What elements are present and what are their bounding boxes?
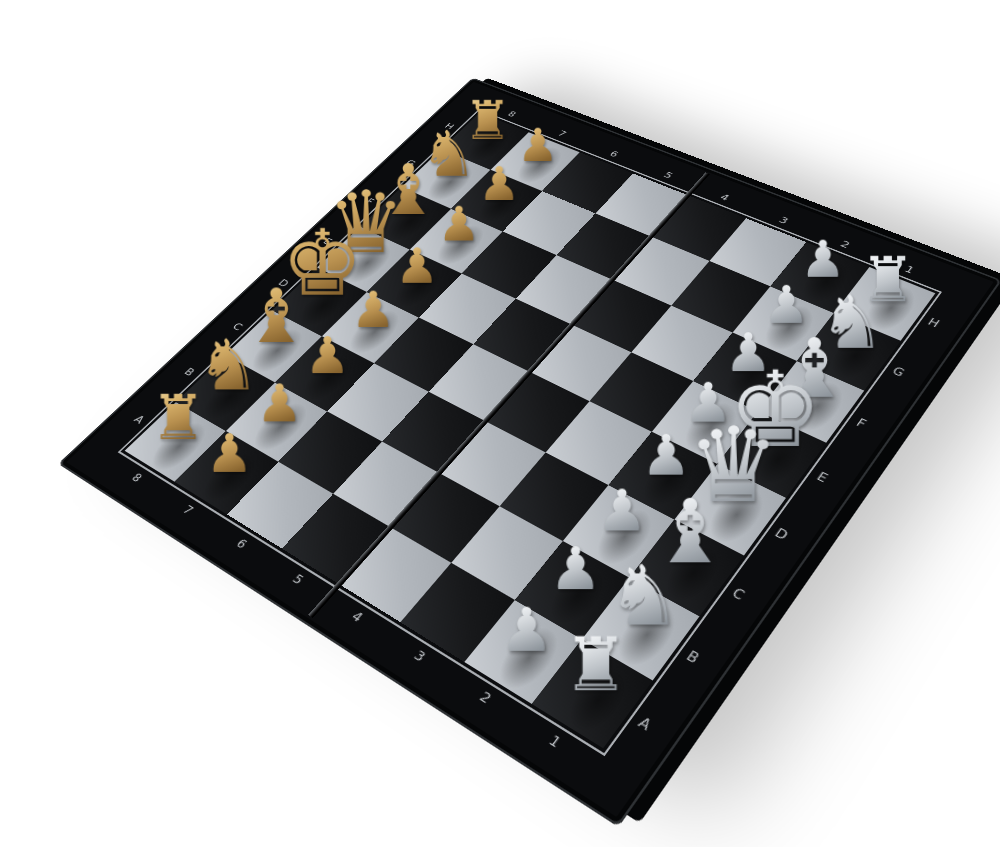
- scene-3d: ABCDEFGH ABCDEFGH 87654321 87654321 ♜♞♝♚…: [0, 0, 1000, 847]
- product-photo-canvas: ABCDEFGH ABCDEFGH 87654321 87654321 ♜♞♝♚…: [0, 0, 1000, 847]
- rank-label-8: 8: [102, 447, 172, 509]
- squares-grid: ♜♞♝♚♛♝♞♜♟♟♟♟♟♟♟♟♟♟♟♟♟♟♟♟♜♞♝♛♚♝♞♜: [125, 113, 936, 749]
- chess-board: ABCDEFGH ABCDEFGH 87654321 87654321 ♜♞♝♚…: [58, 78, 1000, 827]
